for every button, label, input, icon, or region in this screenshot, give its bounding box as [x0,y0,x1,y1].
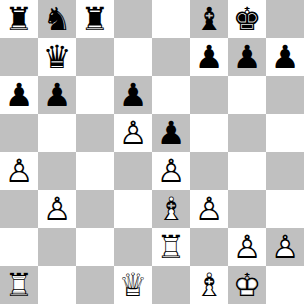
square-g4[interactable] [228,152,266,190]
square-g7[interactable]: ♟ [228,38,266,76]
black-pawn-piece: ♟ [228,38,266,76]
square-c6[interactable] [76,76,114,114]
white-rook-piece: ♖ [152,228,190,266]
square-e3[interactable]: ♝♗ [152,190,190,228]
square-c2[interactable] [76,228,114,266]
square-a7[interactable] [0,38,38,76]
square-b2[interactable] [38,228,76,266]
square-e6[interactable] [152,76,190,114]
square-a4[interactable]: ♟♙ [0,152,38,190]
white-pawn-piece: ♙ [114,114,152,152]
square-h6[interactable] [266,76,304,114]
white-pawn-fill: ♟ [266,228,304,266]
black-rook-piece: ♜ [0,0,38,38]
black-bishop-piece: ♝ [190,0,228,38]
black-pawn-piece: ♟ [38,76,76,114]
square-b6[interactable]: ♟ [38,76,76,114]
square-f8[interactable]: ♝ [190,0,228,38]
white-pawn-piece: ♙ [38,190,76,228]
square-c7[interactable] [76,38,114,76]
white-pawn-fill: ♟ [190,190,228,228]
square-a1[interactable]: ♜♖ [0,266,38,304]
square-d6[interactable]: ♟ [114,76,152,114]
square-g1[interactable]: ♚♔ [228,266,266,304]
white-rook-fill: ♜ [0,266,38,304]
square-h5[interactable] [266,114,304,152]
white-queen-fill: ♛ [114,266,152,304]
square-c3[interactable] [76,190,114,228]
square-f7[interactable]: ♟ [190,38,228,76]
square-b4[interactable] [38,152,76,190]
white-king-fill: ♚ [228,266,266,304]
square-e5[interactable]: ♟ [152,114,190,152]
black-pawn-piece: ♟ [114,76,152,114]
square-c8[interactable]: ♜ [76,0,114,38]
square-b1[interactable] [38,266,76,304]
square-f4[interactable] [190,152,228,190]
square-h4[interactable] [266,152,304,190]
square-f3[interactable]: ♟♙ [190,190,228,228]
black-king-piece: ♚ [228,0,266,38]
square-e8[interactable] [152,0,190,38]
white-pawn-piece: ♙ [228,228,266,266]
square-d8[interactable] [114,0,152,38]
square-e7[interactable] [152,38,190,76]
square-h8[interactable] [266,0,304,38]
white-bishop-piece: ♗ [190,266,228,304]
white-rook-piece: ♖ [0,266,38,304]
square-c1[interactable] [76,266,114,304]
white-pawn-fill: ♟ [38,190,76,228]
square-e4[interactable]: ♟♙ [152,152,190,190]
black-queen-piece: ♛ [38,38,76,76]
square-d2[interactable] [114,228,152,266]
black-pawn-piece: ♟ [266,38,304,76]
square-h1[interactable] [266,266,304,304]
black-rook-piece: ♜ [76,0,114,38]
square-b3[interactable]: ♟♙ [38,190,76,228]
square-c5[interactable] [76,114,114,152]
white-pawn-piece: ♙ [266,228,304,266]
square-a3[interactable] [0,190,38,228]
square-g3[interactable] [228,190,266,228]
square-h2[interactable]: ♟♙ [266,228,304,266]
black-pawn-piece: ♟ [0,76,38,114]
square-d5[interactable]: ♟♙ [114,114,152,152]
white-pawn-fill: ♟ [114,114,152,152]
black-pawn-piece: ♟ [152,114,190,152]
square-g8[interactable]: ♚ [228,0,266,38]
square-b8[interactable]: ♞ [38,0,76,38]
square-a5[interactable] [0,114,38,152]
square-a8[interactable]: ♜ [0,0,38,38]
square-e2[interactable]: ♜♖ [152,228,190,266]
white-pawn-piece: ♙ [152,152,190,190]
white-pawn-fill: ♟ [228,228,266,266]
square-b5[interactable] [38,114,76,152]
white-bishop-fill: ♝ [152,190,190,228]
white-pawn-piece: ♙ [190,190,228,228]
white-pawn-fill: ♟ [152,152,190,190]
chess-board: ♜♞♜♝♚♛♟♟♟♟♟♟♟♙♟♟♙♟♙♟♙♝♗♟♙♜♖♟♙♟♙♜♖♛♕♝♗♚♔ [0,0,304,304]
white-pawn-piece: ♙ [0,152,38,190]
chess-board-container: ♜♞♜♝♚♛♟♟♟♟♟♟♟♙♟♟♙♟♙♟♙♝♗♟♙♜♖♟♙♟♙♜♖♛♕♝♗♚♔ [0,0,304,304]
square-c4[interactable] [76,152,114,190]
white-pawn-fill: ♟ [0,152,38,190]
square-g5[interactable] [228,114,266,152]
black-pawn-piece: ♟ [190,38,228,76]
black-knight-piece: ♞ [38,0,76,38]
square-f6[interactable] [190,76,228,114]
square-d7[interactable] [114,38,152,76]
square-a6[interactable]: ♟ [0,76,38,114]
square-b7[interactable]: ♛ [38,38,76,76]
square-f2[interactable] [190,228,228,266]
square-a2[interactable] [0,228,38,266]
square-d4[interactable] [114,152,152,190]
square-h3[interactable] [266,190,304,228]
white-king-piece: ♔ [228,266,266,304]
square-d1[interactable]: ♛♕ [114,266,152,304]
square-f1[interactable]: ♝♗ [190,266,228,304]
white-rook-fill: ♜ [152,228,190,266]
square-g6[interactable] [228,76,266,114]
white-bishop-fill: ♝ [190,266,228,304]
white-bishop-piece: ♗ [152,190,190,228]
white-queen-piece: ♕ [114,266,152,304]
square-d3[interactable] [114,190,152,228]
square-f5[interactable] [190,114,228,152]
square-h7[interactable]: ♟ [266,38,304,76]
square-e1[interactable] [152,266,190,304]
square-g2[interactable]: ♟♙ [228,228,266,266]
